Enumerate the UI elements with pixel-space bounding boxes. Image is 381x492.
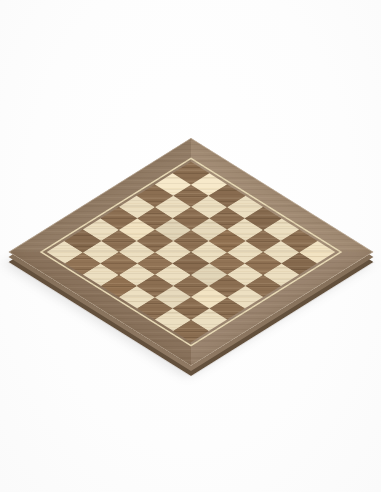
board-surface-walnut-frame [9,138,374,366]
product-photo-background [0,0,381,492]
chess-board [62,123,320,381]
playing-field-grid [47,162,335,342]
